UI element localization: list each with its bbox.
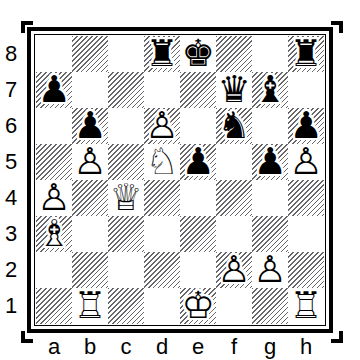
file-label-f: f — [216, 334, 252, 360]
white-pawn-icon: ♙ — [37, 180, 70, 216]
square-b7[interactable] — [72, 72, 108, 108]
square-g1[interactable] — [252, 288, 288, 324]
square-f8[interactable] — [216, 36, 252, 72]
black-knight-icon: ♞ — [217, 108, 250, 144]
square-d1[interactable] — [144, 288, 180, 324]
rank-labels: 87654321 — [0, 36, 22, 324]
piece-white-pawn-g2[interactable]: ♟♙ — [252, 252, 288, 288]
rank-label-4: 4 — [0, 180, 22, 216]
square-f2[interactable]: ♟♙ — [216, 252, 252, 288]
square-b3[interactable] — [72, 216, 108, 252]
file-label-e: e — [180, 334, 216, 360]
square-g4[interactable] — [252, 180, 288, 216]
white-rook-icon: ♖ — [73, 288, 106, 324]
piece-white-pawn-d6[interactable]: ♟♙ — [144, 108, 180, 144]
white-rook-icon: ♖ — [289, 288, 322, 324]
square-a7[interactable]: ♟♟ — [36, 72, 72, 108]
piece-black-bishop-g7[interactable]: ♝♝ — [252, 72, 288, 108]
square-d7[interactable] — [144, 72, 180, 108]
square-d5[interactable]: ♞♘ — [144, 144, 180, 180]
white-pawn-icon: ♙ — [73, 144, 106, 180]
square-c1[interactable] — [108, 288, 144, 324]
black-pawn-icon: ♟ — [253, 144, 286, 180]
piece-white-king-e1[interactable]: ♚♔ — [180, 288, 216, 324]
square-c4[interactable]: ♛♕ — [108, 180, 144, 216]
rank-label-1: 1 — [0, 288, 22, 324]
square-h5[interactable]: ♟♙ — [288, 144, 324, 180]
square-g7[interactable]: ♝♝ — [252, 72, 288, 108]
square-e3[interactable] — [180, 216, 216, 252]
square-h8[interactable]: ♜♜ — [288, 36, 324, 72]
black-rook-icon: ♜ — [145, 36, 178, 72]
square-c2[interactable] — [108, 252, 144, 288]
rank-label-5: 5 — [0, 144, 22, 180]
square-c7[interactable] — [108, 72, 144, 108]
piece-black-queen-f7[interactable]: ♛♛ — [216, 72, 252, 108]
square-f6[interactable]: ♞♞ — [216, 108, 252, 144]
rank-label-3: 3 — [0, 216, 22, 252]
square-e4[interactable] — [180, 180, 216, 216]
square-h4[interactable] — [288, 180, 324, 216]
piece-white-pawn-h5[interactable]: ♟♙ — [288, 144, 324, 180]
square-f4[interactable] — [216, 180, 252, 216]
square-d8[interactable]: ♜♜ — [144, 36, 180, 72]
square-h3[interactable] — [288, 216, 324, 252]
piece-white-bishop-a3[interactable]: ♝♗ — [36, 216, 72, 252]
square-e8[interactable]: ♚♚ — [180, 36, 216, 72]
square-a4[interactable]: ♟♙ — [36, 180, 72, 216]
square-g6[interactable] — [252, 108, 288, 144]
square-e5[interactable]: ♟♟ — [180, 144, 216, 180]
square-b1[interactable]: ♜♖ — [72, 288, 108, 324]
square-g3[interactable] — [252, 216, 288, 252]
piece-white-rook-b1[interactable]: ♜♖ — [72, 288, 108, 324]
piece-black-pawn-h6[interactable]: ♟♟ — [288, 108, 324, 144]
square-h6[interactable]: ♟♟ — [288, 108, 324, 144]
square-d2[interactable] — [144, 252, 180, 288]
piece-black-rook-d8[interactable]: ♜♜ — [144, 36, 180, 72]
black-bishop-icon: ♝ — [253, 72, 286, 108]
white-pawn-icon: ♙ — [145, 108, 178, 144]
square-c6[interactable] — [108, 108, 144, 144]
white-knight-icon: ♘ — [145, 144, 178, 180]
file-label-c: c — [108, 334, 144, 360]
piece-black-pawn-b6[interactable]: ♟♟ — [72, 108, 108, 144]
corner-mark-top-right — [331, 21, 343, 33]
piece-white-queen-c4[interactable]: ♛♕ — [108, 180, 144, 216]
file-labels: abcdefgh — [36, 334, 324, 360]
piece-black-pawn-e5[interactable]: ♟♟ — [180, 144, 216, 180]
square-f1[interactable] — [216, 288, 252, 324]
square-h7[interactable] — [288, 72, 324, 108]
square-c8[interactable] — [108, 36, 144, 72]
square-b5[interactable]: ♟♙ — [72, 144, 108, 180]
corner-mark-bottom-right — [331, 331, 343, 343]
white-queen-icon: ♕ — [109, 180, 142, 216]
square-e2[interactable] — [180, 252, 216, 288]
white-king-icon: ♔ — [181, 288, 214, 324]
square-f5[interactable] — [216, 144, 252, 180]
square-h2[interactable] — [288, 252, 324, 288]
square-a3[interactable]: ♝♗ — [36, 216, 72, 252]
piece-black-pawn-g5[interactable]: ♟♟ — [252, 144, 288, 180]
corner-mark-top-left — [21, 21, 33, 33]
board-frame-inner: ♜♜♚♚♜♜♟♟♛♛♝♝♟♟♟♙♞♞♟♟♟♙♞♘♟♟♟♟♟♙♟♙♛♕♝♗♟♙♟♙… — [34, 34, 326, 326]
square-c3[interactable] — [108, 216, 144, 252]
square-h1[interactable]: ♜♖ — [288, 288, 324, 324]
white-bishop-icon: ♗ — [37, 216, 70, 252]
square-e7[interactable] — [180, 72, 216, 108]
piece-white-rook-h1[interactable]: ♜♖ — [288, 288, 324, 324]
piece-black-knight-f6[interactable]: ♞♞ — [216, 108, 252, 144]
square-b4[interactable] — [72, 180, 108, 216]
square-g5[interactable]: ♟♟ — [252, 144, 288, 180]
file-label-d: d — [144, 334, 180, 360]
file-label-g: g — [252, 334, 288, 360]
chess-board: ♜♜♚♚♜♜♟♟♛♛♝♝♟♟♟♙♞♞♟♟♟♙♞♘♟♟♟♟♟♙♟♙♛♕♝♗♟♙♟♙… — [36, 36, 324, 324]
square-a8[interactable] — [36, 36, 72, 72]
file-label-h: h — [288, 334, 324, 360]
square-e6[interactable] — [180, 108, 216, 144]
square-d4[interactable] — [144, 180, 180, 216]
square-c5[interactable] — [108, 144, 144, 180]
square-d3[interactable] — [144, 216, 180, 252]
square-g8[interactable] — [252, 36, 288, 72]
square-b8[interactable] — [72, 36, 108, 72]
rank-label-8: 8 — [0, 36, 22, 72]
file-label-a: a — [36, 334, 72, 360]
piece-black-rook-h8[interactable]: ♜♜ — [288, 36, 324, 72]
square-b6[interactable]: ♟♟ — [72, 108, 108, 144]
rank-label-7: 7 — [0, 72, 22, 108]
square-a5[interactable] — [36, 144, 72, 180]
rank-label-2: 2 — [0, 252, 22, 288]
square-g2[interactable]: ♟♙ — [252, 252, 288, 288]
white-pawn-icon: ♙ — [253, 252, 286, 288]
black-pawn-icon: ♟ — [73, 108, 106, 144]
square-a6[interactable] — [36, 108, 72, 144]
black-pawn-icon: ♟ — [181, 144, 214, 180]
square-a2[interactable] — [36, 252, 72, 288]
black-rook-icon: ♜ — [289, 36, 322, 72]
white-pawn-icon: ♙ — [217, 252, 250, 288]
black-king-icon: ♚ — [181, 36, 214, 72]
white-pawn-icon: ♙ — [289, 144, 322, 180]
file-label-b: b — [72, 334, 108, 360]
square-e1[interactable]: ♚♔ — [180, 288, 216, 324]
square-a1[interactable] — [36, 288, 72, 324]
black-pawn-icon: ♟ — [37, 72, 70, 108]
square-f3[interactable] — [216, 216, 252, 252]
piece-black-pawn-a7[interactable]: ♟♟ — [36, 72, 72, 108]
piece-white-knight-d5[interactable]: ♞♘ — [144, 144, 180, 180]
piece-black-king-e8[interactable]: ♚♚ — [180, 36, 216, 72]
board-frame: ♜♜♚♚♜♜♟♟♛♛♝♝♟♟♟♙♞♞♟♟♟♙♞♘♟♟♟♟♟♙♟♙♛♕♝♗♟♙♟♙… — [27, 27, 333, 333]
piece-white-pawn-f2[interactable]: ♟♙ — [216, 252, 252, 288]
black-queen-icon: ♛ — [217, 72, 250, 108]
square-f7[interactable]: ♛♛ — [216, 72, 252, 108]
corner-mark-bottom-left — [21, 331, 33, 343]
piece-white-pawn-a4[interactable]: ♟♙ — [36, 180, 72, 216]
square-d6[interactable]: ♟♙ — [144, 108, 180, 144]
piece-white-pawn-b5[interactable]: ♟♙ — [72, 144, 108, 180]
rank-label-6: 6 — [0, 108, 22, 144]
black-pawn-icon: ♟ — [289, 108, 322, 144]
square-b2[interactable] — [72, 252, 108, 288]
